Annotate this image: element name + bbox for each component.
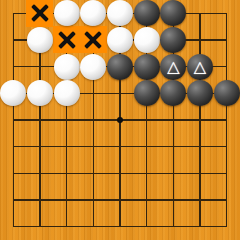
white-stone[interactable]: [54, 0, 80, 26]
grid-line-horizontal: [13, 173, 228, 174]
grid-line-horizontal: [13, 199, 228, 200]
white-stone[interactable]: [0, 80, 26, 106]
white-stone[interactable]: [134, 27, 160, 53]
black-stone[interactable]: [160, 27, 186, 53]
grid-line-horizontal: [13, 226, 228, 227]
black-stone[interactable]: [134, 0, 160, 26]
x-mark: [57, 30, 77, 50]
black-stone[interactable]: [160, 54, 186, 80]
grid-line-horizontal: [13, 146, 228, 147]
black-stone[interactable]: [187, 80, 213, 106]
white-stone[interactable]: [27, 27, 53, 53]
grid-line-vertical: [226, 13, 227, 228]
white-stone[interactable]: [107, 0, 133, 26]
black-stone[interactable]: [214, 80, 240, 106]
white-stone[interactable]: [80, 54, 106, 80]
black-stone[interactable]: [160, 80, 186, 106]
go-board[interactable]: △△: [0, 0, 240, 240]
white-stone[interactable]: [27, 80, 53, 106]
hoshi-dot: [117, 117, 123, 123]
black-stone[interactable]: [187, 54, 213, 80]
black-stone[interactable]: [134, 80, 160, 106]
white-stone[interactable]: [54, 80, 80, 106]
grid-line-vertical: [199, 13, 200, 228]
black-stone[interactable]: [134, 54, 160, 80]
black-stone[interactable]: [107, 54, 133, 80]
white-stone[interactable]: [107, 27, 133, 53]
x-mark: [83, 30, 103, 50]
black-stone[interactable]: [160, 0, 186, 26]
x-mark: [30, 3, 50, 23]
white-stone[interactable]: [80, 0, 106, 26]
white-stone[interactable]: [54, 54, 80, 80]
